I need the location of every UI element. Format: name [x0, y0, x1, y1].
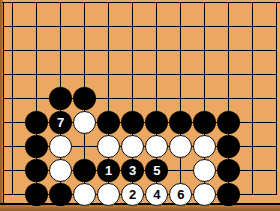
white-stone: [193, 135, 216, 158]
white-stone: [73, 183, 96, 206]
black-stone-move-7: 7: [49, 111, 72, 134]
black-stone: [73, 159, 96, 182]
black-stone: [217, 135, 240, 158]
move-number-label: 5: [153, 164, 160, 177]
white-stone: [49, 159, 72, 182]
grid-line-horizontal: [3, 74, 277, 75]
white-stone: [73, 111, 96, 134]
move-number-label: 7: [57, 116, 64, 129]
white-stone-move-2: 2: [121, 183, 144, 206]
white-stone-move-4: 4: [145, 183, 168, 206]
go-board: 7135246: [0, 0, 280, 211]
board-edge-line-top: [2, 2, 280, 3]
black-stone: [169, 111, 192, 134]
grid-line-horizontal: [3, 98, 277, 99]
black-stone: [193, 111, 216, 134]
white-stone: [49, 135, 72, 158]
black-stone: [97, 111, 120, 134]
white-stone: [193, 159, 216, 182]
board-wood-edge-bottom: [0, 205, 280, 211]
move-number-label: 1: [105, 164, 112, 177]
black-stone: [73, 87, 96, 110]
white-stone: [121, 135, 144, 158]
white-stone: [193, 183, 216, 206]
black-stone: [25, 135, 48, 158]
white-stone-move-6: 6: [169, 183, 192, 206]
black-stone-move-5: 5: [145, 159, 168, 182]
black-stone: [217, 183, 240, 206]
move-number-label: 4: [153, 188, 160, 201]
board-edge-line-left: [3, 2, 4, 204]
grid-line-horizontal: [3, 50, 277, 51]
black-stone: [217, 111, 240, 134]
white-stone: [97, 183, 120, 206]
white-stone: [169, 135, 192, 158]
black-stone: [49, 87, 72, 110]
black-stone: [25, 159, 48, 182]
white-stone: [97, 135, 120, 158]
black-stone-move-3: 3: [121, 159, 144, 182]
black-stone: [25, 111, 48, 134]
black-stone: [121, 111, 144, 134]
black-stone-move-1: 1: [97, 159, 120, 182]
black-stone: [25, 183, 48, 206]
black-stone: [217, 159, 240, 182]
move-number-label: 3: [129, 164, 136, 177]
black-stone: [145, 111, 168, 134]
grid-line-horizontal: [3, 26, 277, 27]
white-stone: [145, 135, 168, 158]
move-number-label: 2: [129, 188, 136, 201]
move-number-label: 6: [177, 188, 184, 201]
black-stone: [49, 183, 72, 206]
